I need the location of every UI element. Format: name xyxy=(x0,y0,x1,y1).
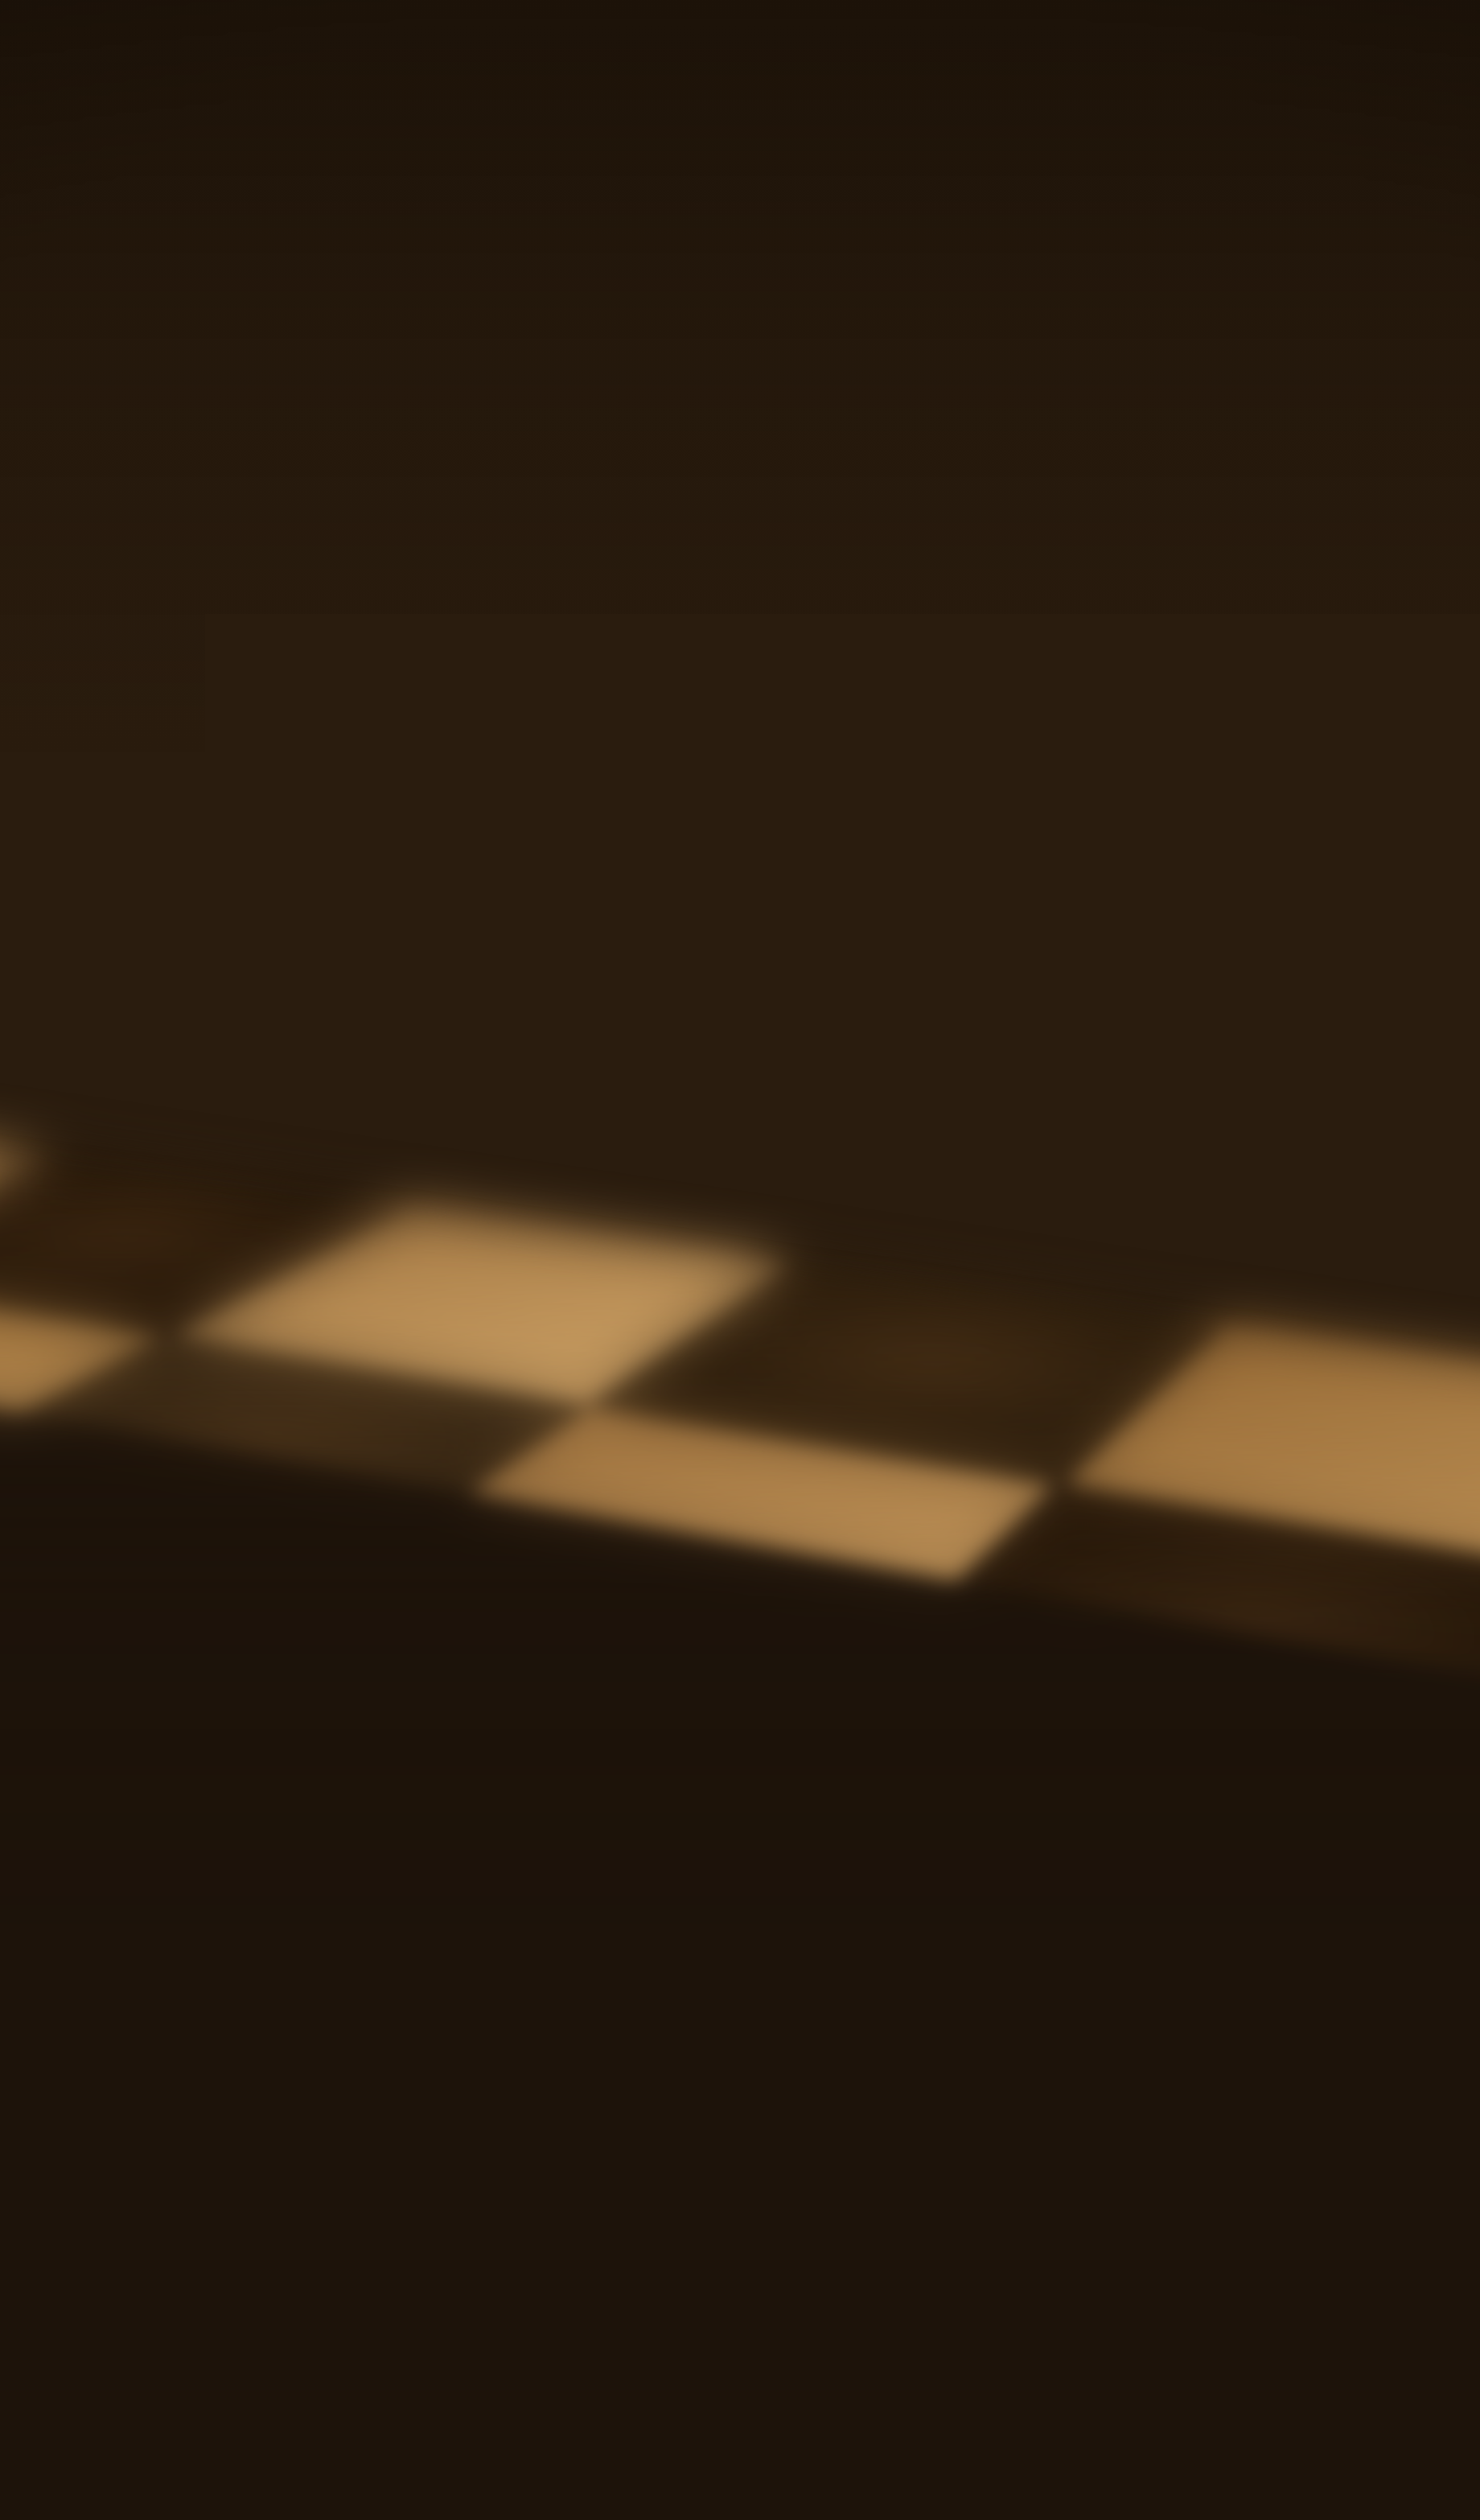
bell-warm-reflection-right xyxy=(957,2072,1134,2289)
column-specular-highlight xyxy=(803,1518,846,1937)
rook-ring-groove xyxy=(527,1946,1026,2041)
turret-neck-crease xyxy=(563,1483,941,1541)
rim-left-glint xyxy=(481,1087,632,1224)
bell-warm-reflection-left xyxy=(362,2080,539,2289)
rook-base-bottom-seam xyxy=(386,2270,1094,2396)
white-rook-piece xyxy=(338,889,1150,2402)
photo-stage xyxy=(0,0,1480,2520)
rook-column xyxy=(531,1509,1022,1938)
